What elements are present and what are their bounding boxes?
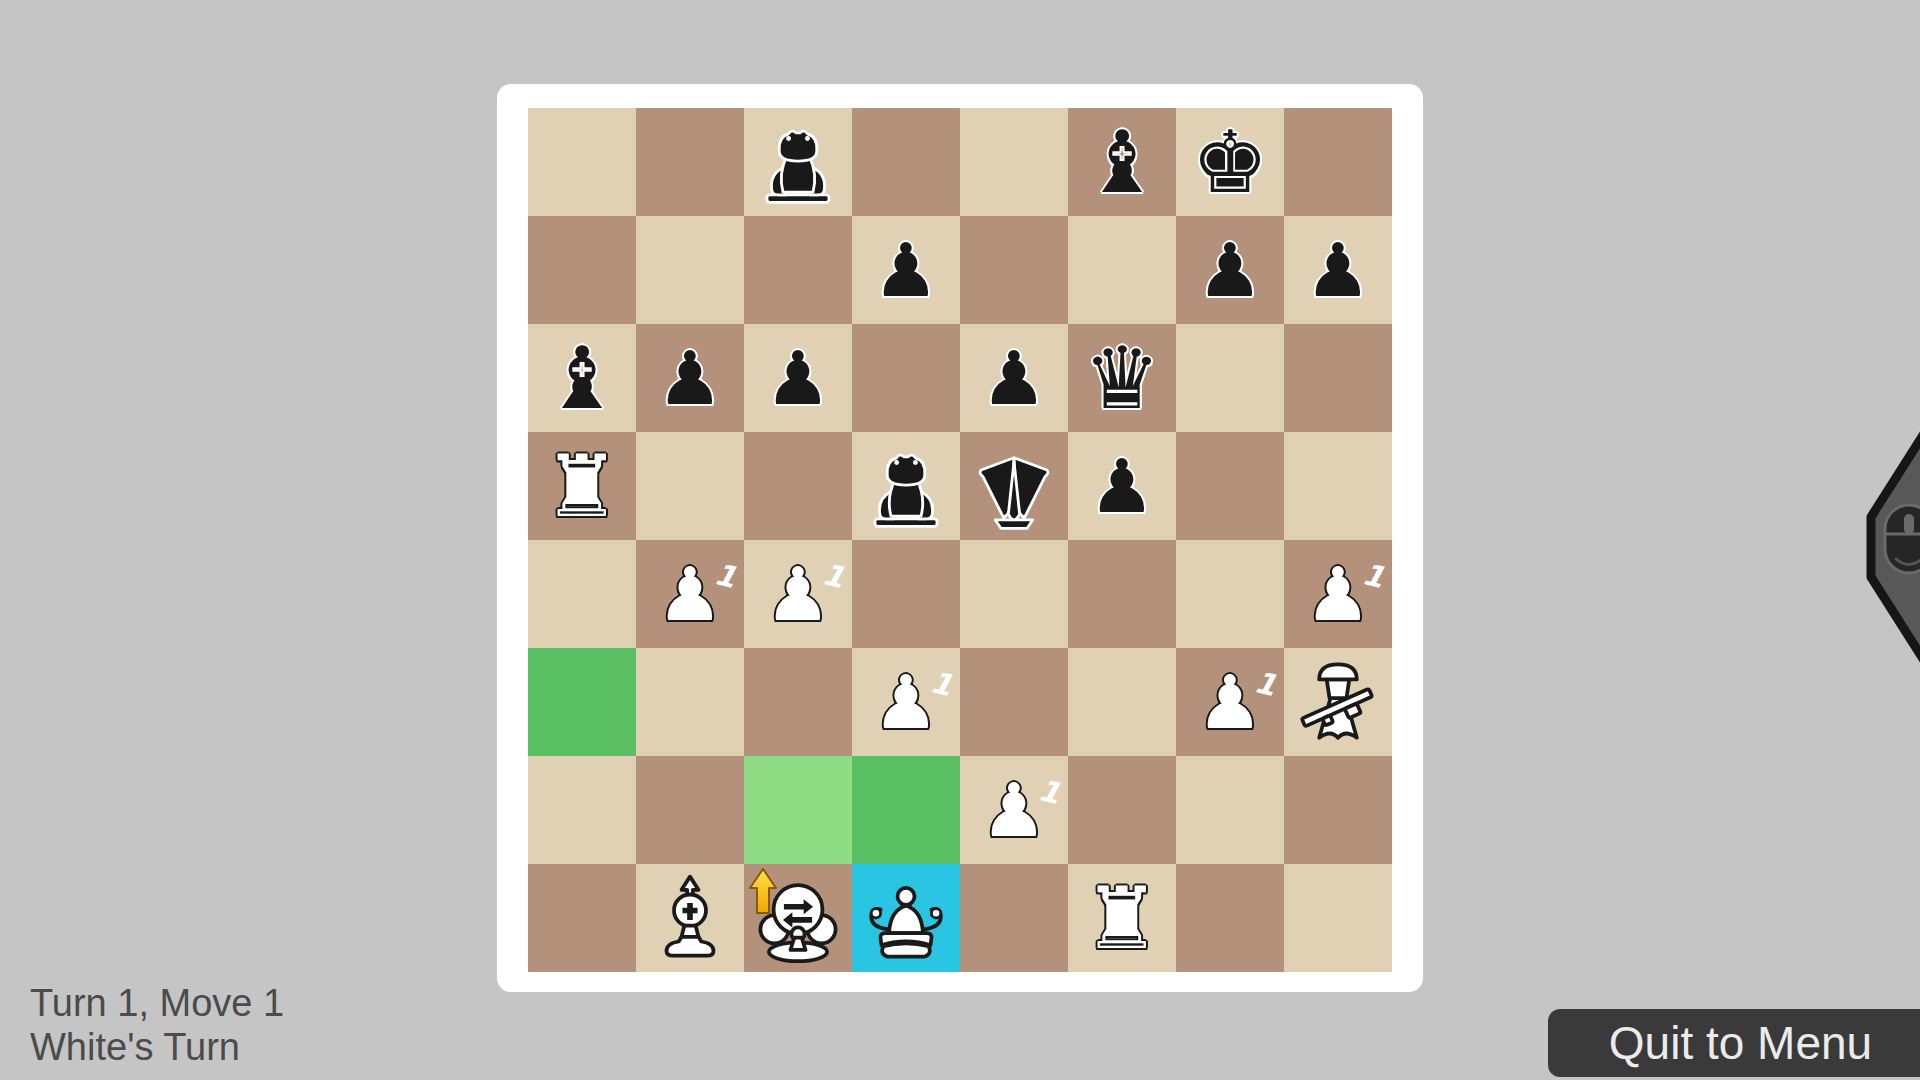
square-g4[interactable] (1176, 540, 1284, 648)
quit-to-menu-button[interactable]: Quit to Menu (1548, 1009, 1920, 1077)
square-h6[interactable] (1284, 324, 1392, 432)
square-f8[interactable]: ♝ (1068, 108, 1176, 216)
square-e8[interactable] (960, 108, 1068, 216)
chess-board: ♝♚♟♟♟♝♟♟♟♛♜ ♟♟1♟1♟1♟1♟1 ♟1 (528, 108, 1392, 972)
mouse-icon (1855, 412, 1920, 682)
black-king[interactable]: ♚ (1176, 108, 1284, 216)
square-b2[interactable] (636, 756, 744, 864)
white-king-crown[interactable] (852, 864, 960, 972)
pawn-move-counter: 1 (927, 664, 956, 703)
square-d2[interactable] (852, 756, 960, 864)
square-d5[interactable] (852, 432, 960, 540)
white-pawn[interactable]: ♟1 (1284, 540, 1392, 648)
square-c5[interactable] (744, 432, 852, 540)
white-pawn[interactable]: ♟1 (960, 756, 1068, 864)
square-c4[interactable]: ♟1 (744, 540, 852, 648)
upgrade-arrow-icon (748, 868, 778, 914)
square-h2[interactable] (1284, 756, 1392, 864)
turn-move-label: Turn 1, Move 1 (30, 981, 284, 1025)
square-d7[interactable]: ♟ (852, 216, 960, 324)
square-c3[interactable] (744, 648, 852, 756)
square-h7[interactable]: ♟ (1284, 216, 1392, 324)
square-g1[interactable] (1176, 864, 1284, 972)
square-g8[interactable]: ♚ (1176, 108, 1284, 216)
black-pawn[interactable]: ♟ (1284, 216, 1392, 324)
square-f6[interactable]: ♛ (1068, 324, 1176, 432)
square-e4[interactable] (960, 540, 1068, 648)
square-g2[interactable] (1176, 756, 1284, 864)
black-pawn[interactable]: ♟ (852, 216, 960, 324)
square-a6[interactable]: ♝ (528, 324, 636, 432)
square-f7[interactable] (1068, 216, 1176, 324)
square-a7[interactable] (528, 216, 636, 324)
square-f3[interactable] (1068, 648, 1176, 756)
square-c7[interactable] (744, 216, 852, 324)
square-e2[interactable]: ♟1 (960, 756, 1068, 864)
square-a4[interactable] (528, 540, 636, 648)
side-to-move-label: White's Turn (30, 1025, 284, 1069)
white-pawn[interactable]: ♟1 (636, 540, 744, 648)
board-frame: ♝♚♟♟♟♝♟♟♟♛♜ ♟♟1♟1♟1♟1♟1 ♟1 (497, 84, 1423, 992)
square-f4[interactable] (1068, 540, 1176, 648)
white-pawn[interactable]: ♟1 (744, 540, 852, 648)
pawn-move-counter: 1 (711, 556, 740, 595)
pawn-move-counter: 1 (1035, 772, 1064, 811)
square-d3[interactable]: ♟1 (852, 648, 960, 756)
square-b1[interactable] (636, 864, 744, 972)
pawn-move-counter: 1 (819, 556, 848, 595)
black-moth[interactable] (960, 432, 1068, 540)
square-d8[interactable] (852, 108, 960, 216)
square-b6[interactable]: ♟ (636, 324, 744, 432)
square-h3[interactable] (1284, 648, 1392, 756)
square-a2[interactable] (528, 756, 636, 864)
square-f1[interactable]: ♜ (1068, 864, 1176, 972)
white-rook[interactable]: ♜ (1068, 864, 1176, 972)
square-a1[interactable] (528, 864, 636, 972)
black-frog[interactable] (744, 108, 852, 216)
square-g5[interactable] (1176, 432, 1284, 540)
square-b5[interactable] (636, 432, 744, 540)
square-h1[interactable] (1284, 864, 1392, 972)
pawn-move-counter: 1 (1251, 664, 1280, 703)
square-h5[interactable] (1284, 432, 1392, 540)
square-f2[interactable] (1068, 756, 1176, 864)
quit-to-menu-label: Quit to Menu (1609, 1016, 1872, 1070)
white-priest-bishop[interactable] (636, 864, 744, 972)
square-b4[interactable]: ♟1 (636, 540, 744, 648)
square-e6[interactable]: ♟ (960, 324, 1068, 432)
game-screen: { "game": "roguelike chess variant (Ouro… (0, 0, 1920, 1080)
turn-status: Turn 1, Move 1 White's Turn (30, 981, 284, 1069)
square-f5[interactable]: ♟ (1068, 432, 1176, 540)
square-a8[interactable] (528, 108, 636, 216)
square-b3[interactable] (636, 648, 744, 756)
square-c2[interactable] (744, 756, 852, 864)
square-c8[interactable] (744, 108, 852, 216)
black-bishop[interactable]: ♝ (1068, 108, 1176, 216)
square-b8[interactable] (636, 108, 744, 216)
square-d1[interactable] (852, 864, 960, 972)
square-a5[interactable]: ♜ (528, 432, 636, 540)
black-pawn[interactable]: ♟ (1176, 216, 1284, 324)
black-bishop[interactable]: ♝ (528, 324, 636, 432)
square-a3[interactable] (528, 648, 636, 756)
square-e5[interactable] (960, 432, 1068, 540)
square-d6[interactable] (852, 324, 960, 432)
square-g7[interactable]: ♟ (1176, 216, 1284, 324)
black-queen[interactable]: ♛ (1068, 324, 1176, 432)
square-e3[interactable] (960, 648, 1068, 756)
white-pawn[interactable]: ♟1 (852, 648, 960, 756)
pawn-move-counter: 1 (1359, 556, 1388, 595)
black-frog[interactable] (852, 432, 960, 540)
white-pawn[interactable]: ♟1 (1176, 648, 1284, 756)
black-pawn[interactable]: ♟ (744, 324, 852, 432)
square-c1[interactable] (744, 864, 852, 972)
black-pawn[interactable]: ♟ (1068, 432, 1176, 540)
white-rook[interactable]: ♜ (528, 432, 636, 540)
square-g6[interactable] (1176, 324, 1284, 432)
square-e7[interactable] (960, 216, 1068, 324)
square-b7[interactable] (636, 216, 744, 324)
square-e1[interactable] (960, 864, 1068, 972)
square-h8[interactable] (1284, 108, 1392, 216)
square-c6[interactable]: ♟ (744, 324, 852, 432)
white-sniper[interactable] (1284, 648, 1392, 756)
square-h4[interactable]: ♟1 (1284, 540, 1392, 648)
square-g3[interactable]: ♟1 (1176, 648, 1284, 756)
black-pawn[interactable]: ♟ (960, 324, 1068, 432)
square-d4[interactable] (852, 540, 960, 648)
black-pawn[interactable]: ♟ (636, 324, 744, 432)
